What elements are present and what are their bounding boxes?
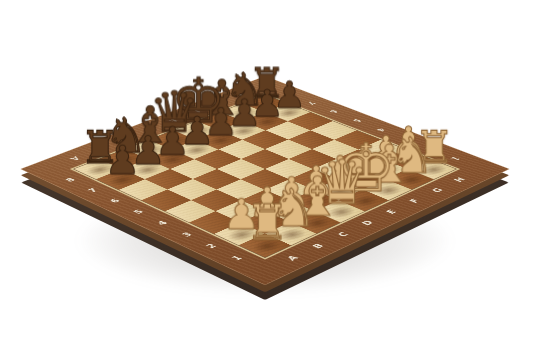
rank-label-6-far: 6 <box>328 109 340 114</box>
product-photo-stage: ♜♞♝♛♚♝♞♜♟♟♟♟♟♟♟♟♟♟♟♟♟♟♟♟♜♞♝♛♚♝♞♜ 11AA22B… <box>0 0 533 355</box>
chess-board: ♜♞♝♛♚♝♞♜♟♟♟♟♟♟♟♟♟♟♟♟♟♟♟♟♜♞♝♛♚♝♞♜ 11AA22B… <box>20 76 509 285</box>
rank-label-3-near: 3 <box>179 231 194 238</box>
piece-black-pawn-a7[interactable]: ♟ <box>82 141 163 180</box>
rank-label-8-near: 8 <box>63 177 77 183</box>
rank-label-5-far: 5 <box>351 118 363 123</box>
file-label-H-near: H <box>452 176 468 183</box>
file-label-C-near: C <box>335 231 351 238</box>
rank-label-6-near: 6 <box>108 198 123 205</box>
piece-white-rook-a1[interactable]: ♜ <box>224 198 311 247</box>
rank-label-5-near: 5 <box>131 208 146 215</box>
file-label-E-near: E <box>384 209 399 216</box>
file-label-D-near: D <box>359 219 376 226</box>
rank-label-4-near: 4 <box>155 220 170 227</box>
rank-label-1-near: 1 <box>229 254 245 261</box>
file-label-A-near: A <box>284 254 301 262</box>
file-label-B-near: B <box>310 242 326 249</box>
square-a1[interactable]: ♜ <box>239 234 291 258</box>
rank-label-7-near: 7 <box>85 187 100 193</box>
rank-label-2-near: 2 <box>204 243 220 250</box>
board-scene: ♜♞♝♛♚♝♞♜♟♟♟♟♟♟♟♟♟♟♟♟♟♟♟♟♜♞♝♛♚♝♞♜ 11AA22B… <box>0 0 533 355</box>
file-label-G-near: G <box>429 187 445 194</box>
file-label-F-near: F <box>407 198 422 205</box>
